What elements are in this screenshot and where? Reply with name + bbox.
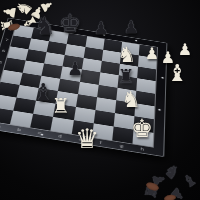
square-d1[interactable] (51, 117, 74, 134)
white-rook-d2[interactable]: ♜ (52, 96, 71, 117)
rank-label-7: 7 (5, 39, 9, 42)
black-king-c7[interactable]: ♚ (59, 11, 81, 36)
rank-label-6: 6 (2, 50, 6, 53)
white-king-h1[interactable]: ♚ (131, 116, 153, 141)
file-label-h: h (140, 147, 144, 151)
screw-icon (158, 109, 160, 111)
file-label-f: f (99, 141, 101, 145)
white-knight-g4[interactable]: ♞ (121, 89, 141, 111)
black-bishop-c3[interactable]: ♝ (33, 81, 54, 104)
file-label-b: b (17, 128, 21, 132)
white-pawn-g6[interactable]: ♟ (145, 46, 159, 62)
chess-photo-scene: abcdefgh87654321 ♞♚♟♟♟♝♜♞♟♟♟♝♞♚♛♜ ♟♞♟♝♜♟… (0, 0, 200, 200)
screw-icon (162, 77, 164, 79)
white-knight-f6[interactable]: ♞ (118, 45, 137, 66)
square-c1[interactable] (30, 114, 53, 131)
white-pawn-h7[interactable]: ♟ (178, 42, 192, 58)
white-queen-f1[interactable]: ♛ (75, 125, 99, 152)
file-label-d: d (58, 134, 62, 138)
rank-label-5: 5 (0, 61, 2, 65)
captured-black-bishop: ♝ (180, 170, 200, 191)
felt-base-icon (164, 194, 177, 200)
black-pawn-e7[interactable]: ♟ (123, 19, 138, 36)
black-pawn-d7[interactable]: ♟ (93, 20, 108, 37)
black-pawn-d5[interactable]: ♟ (67, 60, 83, 78)
white-bishop-h5[interactable]: ♝ (167, 62, 188, 85)
black-rook-f5[interactable]: ♜ (117, 67, 134, 86)
screw-icon (41, 134, 43, 136)
screw-icon (135, 40, 137, 41)
file-label-a: a (0, 125, 1, 129)
file-label-g: g (120, 144, 124, 148)
